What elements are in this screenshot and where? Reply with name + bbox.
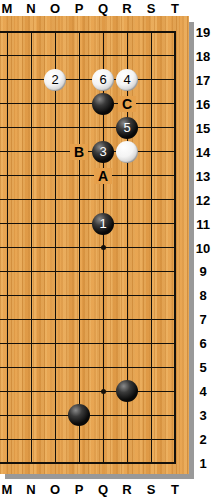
coord-label-right-17: 17: [196, 72, 210, 87]
coord-label-top-M: M: [2, 1, 13, 16]
coord-label-right-1: 1: [199, 456, 206, 471]
coord-label-right-19: 19: [196, 25, 210, 40]
coord-label-right-10: 10: [196, 240, 210, 255]
coord-label-right-4: 4: [199, 384, 206, 399]
coord-label-top-P: P: [75, 1, 84, 16]
coord-label-bottom-O: O: [50, 482, 60, 497]
coord-label-right-7: 7: [199, 312, 206, 327]
coord-label-right-9: 9: [199, 264, 206, 279]
coord-label-right-6: 6: [199, 336, 206, 351]
coordinate-labels: MMNNOOPPQQRRSSTT191817161514131211109876…: [0, 0, 212, 500]
coord-label-right-11: 11: [196, 216, 210, 231]
coord-label-right-15: 15: [196, 120, 210, 135]
coord-label-top-Q: Q: [98, 1, 108, 16]
coord-label-bottom-T: T: [171, 482, 179, 497]
coord-label-top-S: S: [147, 1, 156, 16]
coord-label-right-13: 13: [196, 168, 210, 183]
coord-label-right-18: 18: [196, 48, 210, 63]
coord-label-top-T: T: [171, 1, 179, 16]
coord-label-right-8: 8: [199, 288, 206, 303]
coord-label-bottom-S: S: [147, 482, 156, 497]
coord-label-right-16: 16: [196, 96, 210, 111]
coord-label-bottom-Q: Q: [98, 482, 108, 497]
coord-label-right-2: 2: [199, 432, 206, 447]
coord-label-right-3: 3: [199, 408, 206, 423]
coord-label-top-N: N: [26, 1, 35, 16]
coord-label-bottom-M: M: [2, 482, 13, 497]
go-diagram: ABC123456 MMNNOOPPQQRRSSTT19181716151413…: [0, 0, 212, 500]
coord-label-right-5: 5: [199, 360, 206, 375]
coord-label-bottom-N: N: [26, 482, 35, 497]
coord-label-right-14: 14: [196, 144, 210, 159]
coord-label-bottom-R: R: [122, 482, 131, 497]
coord-label-top-O: O: [50, 1, 60, 16]
coord-label-top-R: R: [122, 1, 131, 16]
coord-label-bottom-P: P: [75, 482, 84, 497]
coord-label-right-12: 12: [196, 192, 210, 207]
